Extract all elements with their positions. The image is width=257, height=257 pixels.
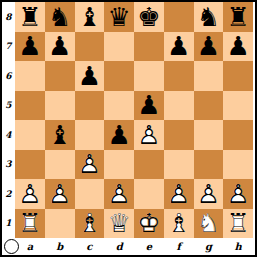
rank-label-4: 4 xyxy=(2,120,15,150)
white-piece-outline-glyph: ♘ xyxy=(194,209,224,239)
piece-black-pawn-b7[interactable]: ♟ xyxy=(45,32,75,62)
white-piece-outline-glyph: ♕ xyxy=(104,209,134,239)
square-d4[interactable]: ♟ xyxy=(104,120,134,150)
rank-label-5: 5 xyxy=(2,91,15,121)
square-c7[interactable] xyxy=(75,32,105,62)
square-g5[interactable] xyxy=(194,91,224,121)
piece-white-pawn-c3[interactable]: ♟♙ xyxy=(75,150,105,180)
square-e4[interactable]: ♟♙ xyxy=(134,120,164,150)
square-d5[interactable] xyxy=(104,91,134,121)
piece-white-pawn-d2[interactable]: ♟♙ xyxy=(104,179,134,209)
rank-label-1: 1 xyxy=(2,209,15,239)
square-a6[interactable] xyxy=(15,61,45,91)
piece-white-pawn-a2[interactable]: ♟♙ xyxy=(15,179,45,209)
piece-black-pawn-a7[interactable]: ♟ xyxy=(15,32,45,62)
white-piece-outline-glyph: ♔ xyxy=(134,209,164,239)
square-c3[interactable]: ♟♙ xyxy=(75,150,105,180)
black-piece-glyph: ♛ xyxy=(104,2,134,32)
square-a2[interactable]: ♟♙ xyxy=(15,179,45,209)
square-e6[interactable] xyxy=(134,61,164,91)
square-b6[interactable] xyxy=(45,61,75,91)
square-a4[interactable] xyxy=(15,120,45,150)
square-e5[interactable]: ♟ xyxy=(134,91,164,121)
square-c8[interactable]: ♝ xyxy=(75,2,105,32)
square-b1[interactable] xyxy=(45,209,75,239)
rank-label-2: 2 xyxy=(2,179,15,209)
piece-white-king-e1[interactable]: ♚♔ xyxy=(134,209,164,239)
square-e8[interactable]: ♚ xyxy=(134,2,164,32)
piece-black-bishop-b4[interactable]: ♝ xyxy=(45,120,75,150)
white-piece-outline-glyph: ♖ xyxy=(223,209,253,239)
square-h5[interactable] xyxy=(223,91,253,121)
square-c4[interactable] xyxy=(75,120,105,150)
piece-white-pawn-f2[interactable]: ♟♙ xyxy=(164,179,194,209)
square-d3[interactable] xyxy=(104,150,134,180)
square-b8[interactable]: ♞ xyxy=(45,2,75,32)
black-piece-glyph: ♟ xyxy=(223,32,253,62)
piece-white-queen-d1[interactable]: ♛♕ xyxy=(104,209,134,239)
square-f6[interactable] xyxy=(164,61,194,91)
diagram-background: 87654321 ♜♞♝♛♚♞♜♟♟♟♟♟♟♟♝♟♟♙♟♙♟♙♟♙♟♙♟♙♟♙♟… xyxy=(2,2,255,255)
file-label-b: b xyxy=(45,238,75,255)
piece-black-queen-d8[interactable]: ♛ xyxy=(104,2,134,32)
black-piece-glyph: ♟ xyxy=(45,32,75,62)
rank-label-7: 7 xyxy=(2,32,15,62)
square-c6[interactable]: ♟ xyxy=(75,61,105,91)
black-piece-glyph: ♟ xyxy=(194,32,224,62)
black-piece-glyph: ♝ xyxy=(45,120,75,150)
piece-white-bishop-c1[interactable]: ♝♗ xyxy=(75,209,105,239)
rank-label-6: 6 xyxy=(2,61,15,91)
square-a5[interactable] xyxy=(15,91,45,121)
white-piece-outline-glyph: ♖ xyxy=(15,209,45,239)
file-label-e: e xyxy=(134,238,164,255)
square-b4[interactable]: ♝ xyxy=(45,120,75,150)
white-piece-outline-glyph: ♙ xyxy=(134,120,164,150)
file-labels: abcdefgh xyxy=(15,238,253,255)
square-g4[interactable] xyxy=(194,120,224,150)
square-d6[interactable] xyxy=(104,61,134,91)
square-c5[interactable] xyxy=(75,91,105,121)
piece-black-pawn-f7[interactable]: ♟ xyxy=(164,32,194,62)
square-c1[interactable]: ♝♗ xyxy=(75,209,105,239)
piece-white-rook-h1[interactable]: ♜♖ xyxy=(223,209,253,239)
square-h1[interactable]: ♜♖ xyxy=(223,209,253,239)
white-piece-outline-glyph: ♗ xyxy=(164,209,194,239)
rank-label-8: 8 xyxy=(2,2,15,32)
square-h2[interactable]: ♟♙ xyxy=(223,179,253,209)
square-d8[interactable]: ♛ xyxy=(104,2,134,32)
white-piece-outline-glyph: ♙ xyxy=(104,179,134,209)
black-piece-glyph: ♜ xyxy=(223,2,253,32)
black-piece-glyph: ♟ xyxy=(134,91,164,121)
black-piece-glyph: ♞ xyxy=(45,2,75,32)
piece-black-pawn-c6[interactable]: ♟ xyxy=(75,61,105,91)
square-a8[interactable]: ♜ xyxy=(15,2,45,32)
file-label-a: a xyxy=(15,238,45,255)
black-piece-glyph: ♟ xyxy=(75,61,105,91)
black-piece-glyph: ♟ xyxy=(104,120,134,150)
square-c2[interactable] xyxy=(75,179,105,209)
square-f4[interactable] xyxy=(164,120,194,150)
square-a1[interactable]: ♜♖ xyxy=(15,209,45,239)
square-e2[interactable] xyxy=(134,179,164,209)
piece-black-knight-b8[interactable]: ♞ xyxy=(45,2,75,32)
piece-black-pawn-e5[interactable]: ♟ xyxy=(134,91,164,121)
file-label-f: f xyxy=(164,238,194,255)
square-h7[interactable]: ♟ xyxy=(223,32,253,62)
white-piece-outline-glyph: ♙ xyxy=(223,179,253,209)
white-piece-outline-glyph: ♙ xyxy=(45,179,75,209)
black-piece-glyph: ♟ xyxy=(15,32,45,62)
piece-black-rook-a8[interactable]: ♜ xyxy=(15,2,45,32)
square-a7[interactable]: ♟ xyxy=(15,32,45,62)
piece-white-pawn-b2[interactable]: ♟♙ xyxy=(45,179,75,209)
piece-white-pawn-h2[interactable]: ♟♙ xyxy=(223,179,253,209)
piece-black-rook-h8[interactable]: ♜ xyxy=(223,2,253,32)
square-f3[interactable] xyxy=(164,150,194,180)
rank-labels: 87654321 xyxy=(2,2,15,238)
square-b7[interactable]: ♟ xyxy=(45,32,75,62)
square-g1[interactable]: ♞♘ xyxy=(194,209,224,239)
square-e7[interactable] xyxy=(134,32,164,62)
square-f2[interactable]: ♟♙ xyxy=(164,179,194,209)
square-f1[interactable]: ♝♗ xyxy=(164,209,194,239)
white-piece-outline-glyph: ♙ xyxy=(164,179,194,209)
square-g2[interactable]: ♟♙ xyxy=(194,179,224,209)
piece-black-pawn-g7[interactable]: ♟ xyxy=(194,32,224,62)
white-piece-outline-glyph: ♙ xyxy=(15,179,45,209)
square-a3[interactable] xyxy=(15,150,45,180)
square-b3[interactable] xyxy=(45,150,75,180)
square-d7[interactable] xyxy=(104,32,134,62)
piece-black-knight-g8[interactable]: ♞ xyxy=(194,2,224,32)
white-piece-outline-glyph: ♙ xyxy=(75,150,105,180)
piece-white-pawn-e4[interactable]: ♟♙ xyxy=(134,120,164,150)
black-piece-glyph: ♝ xyxy=(75,2,105,32)
file-label-g: g xyxy=(194,238,224,255)
piece-black-bishop-c8[interactable]: ♝ xyxy=(75,2,105,32)
piece-white-rook-a1[interactable]: ♜♖ xyxy=(15,209,45,239)
square-h8[interactable]: ♜ xyxy=(223,2,253,32)
square-g8[interactable]: ♞ xyxy=(194,2,224,32)
file-label-d: d xyxy=(104,238,134,255)
square-h3[interactable] xyxy=(223,150,253,180)
black-piece-glyph: ♟ xyxy=(164,32,194,62)
square-g3[interactable] xyxy=(194,150,224,180)
white-piece-outline-glyph: ♗ xyxy=(75,209,105,239)
file-label-c: c xyxy=(75,238,105,255)
square-g7[interactable]: ♟ xyxy=(194,32,224,62)
square-d1[interactable]: ♛♕ xyxy=(104,209,134,239)
white-piece-outline-glyph: ♙ xyxy=(194,179,224,209)
square-h6[interactable] xyxy=(223,61,253,91)
piece-white-bishop-f1[interactable]: ♝♗ xyxy=(164,209,194,239)
square-h4[interactable] xyxy=(223,120,253,150)
square-b5[interactable] xyxy=(45,91,75,121)
piece-white-knight-g1[interactable]: ♞♘ xyxy=(194,209,224,239)
black-piece-glyph: ♞ xyxy=(194,2,224,32)
chess-board: ♜♞♝♛♚♞♜♟♟♟♟♟♟♟♝♟♟♙♟♙♟♙♟♙♟♙♟♙♟♙♟♙♜♖♝♗♛♕♚♔… xyxy=(15,2,253,238)
square-g6[interactable] xyxy=(194,61,224,91)
file-label-h: h xyxy=(223,238,253,255)
square-d2[interactable]: ♟♙ xyxy=(104,179,134,209)
piece-black-pawn-d4[interactable]: ♟ xyxy=(104,120,134,150)
black-piece-glyph: ♚ xyxy=(134,2,164,32)
square-e3[interactable] xyxy=(134,150,164,180)
piece-black-pawn-h7[interactable]: ♟ xyxy=(223,32,253,62)
square-f7[interactable]: ♟ xyxy=(164,32,194,62)
square-f8[interactable] xyxy=(164,2,194,32)
chess-diagram: 87654321 ♜♞♝♛♚♞♜♟♟♟♟♟♟♟♝♟♟♙♟♙♟♙♟♙♟♙♟♙♟♙♟… xyxy=(0,0,257,257)
square-f5[interactable] xyxy=(164,91,194,121)
black-piece-glyph: ♜ xyxy=(15,2,45,32)
rank-label-3: 3 xyxy=(2,150,15,180)
square-e1[interactable]: ♚♔ xyxy=(134,209,164,239)
side-to-move-indicator xyxy=(4,239,19,254)
piece-white-pawn-g2[interactable]: ♟♙ xyxy=(194,179,224,209)
square-b2[interactable]: ♟♙ xyxy=(45,179,75,209)
piece-black-king-e8[interactable]: ♚ xyxy=(134,2,164,32)
